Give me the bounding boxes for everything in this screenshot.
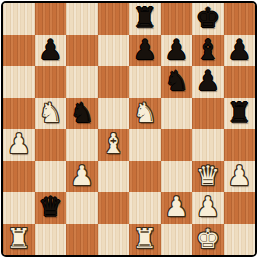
- square-f6[interactable]: ♞: [161, 66, 193, 98]
- white-king-piece[interactable]: ♚: [196, 225, 220, 252]
- square-g8[interactable]: ♚: [192, 3, 224, 35]
- white-bishop-piece[interactable]: ♝: [101, 130, 125, 157]
- square-h6[interactable]: [224, 66, 256, 98]
- square-c4[interactable]: [66, 129, 98, 161]
- square-f1[interactable]: [161, 224, 193, 256]
- square-a7[interactable]: [3, 35, 35, 67]
- square-a3[interactable]: [3, 161, 35, 193]
- square-b1[interactable]: [35, 224, 67, 256]
- square-h4[interactable]: [224, 129, 256, 161]
- square-h3[interactable]: ♟: [224, 161, 256, 193]
- square-e6[interactable]: [129, 66, 161, 98]
- square-d7[interactable]: [98, 35, 130, 67]
- square-g6[interactable]: ♟: [192, 66, 224, 98]
- square-e8[interactable]: ♜: [129, 3, 161, 35]
- black-king-piece[interactable]: ♚: [196, 4, 220, 31]
- black-knight-piece[interactable]: ♞: [164, 67, 188, 94]
- square-c3[interactable]: ♟: [66, 161, 98, 193]
- square-b5[interactable]: ♞: [35, 98, 67, 130]
- square-a8[interactable]: [3, 3, 35, 35]
- square-c8[interactable]: [66, 3, 98, 35]
- square-b2[interactable]: ♛: [35, 192, 67, 224]
- square-c7[interactable]: [66, 35, 98, 67]
- square-g4[interactable]: [192, 129, 224, 161]
- black-bishop-piece[interactable]: ♝: [196, 36, 220, 63]
- square-d2[interactable]: [98, 192, 130, 224]
- white-pawn-piece[interactable]: ♟: [196, 193, 220, 220]
- white-pawn-piece[interactable]: ♟: [7, 130, 31, 157]
- square-h5[interactable]: ♜: [224, 98, 256, 130]
- square-d1[interactable]: [98, 224, 130, 256]
- black-pawn-piece[interactable]: ♟: [227, 36, 251, 63]
- square-g7[interactable]: ♝: [192, 35, 224, 67]
- black-queen-piece[interactable]: ♛: [38, 193, 62, 220]
- square-c6[interactable]: [66, 66, 98, 98]
- chess-board-frame: ♜♚♟♟♟♝♟♞♟♞♞♞♜♟♝♟♛♟♛♟♟♜♜♚: [1, 1, 257, 257]
- square-f8[interactable]: [161, 3, 193, 35]
- square-b8[interactable]: [35, 3, 67, 35]
- square-e1[interactable]: ♜: [129, 224, 161, 256]
- white-rook-piece[interactable]: ♜: [7, 225, 31, 252]
- square-d4[interactable]: ♝: [98, 129, 130, 161]
- white-pawn-piece[interactable]: ♟: [70, 162, 94, 189]
- square-b6[interactable]: [35, 66, 67, 98]
- white-rook-piece[interactable]: ♜: [133, 225, 157, 252]
- square-a4[interactable]: ♟: [3, 129, 35, 161]
- square-e2[interactable]: [129, 192, 161, 224]
- square-h7[interactable]: ♟: [224, 35, 256, 67]
- square-h1[interactable]: [224, 224, 256, 256]
- black-rook-piece[interactable]: ♜: [227, 99, 251, 126]
- square-h2[interactable]: [224, 192, 256, 224]
- square-c1[interactable]: [66, 224, 98, 256]
- square-g1[interactable]: ♚: [192, 224, 224, 256]
- white-knight-piece[interactable]: ♞: [38, 99, 62, 126]
- square-e7[interactable]: ♟: [129, 35, 161, 67]
- square-f5[interactable]: [161, 98, 193, 130]
- white-pawn-piece[interactable]: ♟: [227, 162, 251, 189]
- square-a2[interactable]: [3, 192, 35, 224]
- square-g5[interactable]: [192, 98, 224, 130]
- black-rook-piece[interactable]: ♜: [133, 4, 157, 31]
- white-knight-piece[interactable]: ♞: [133, 99, 157, 126]
- square-f7[interactable]: ♟: [161, 35, 193, 67]
- square-d6[interactable]: [98, 66, 130, 98]
- square-f4[interactable]: [161, 129, 193, 161]
- black-knight-piece[interactable]: ♞: [70, 99, 94, 126]
- square-c2[interactable]: [66, 192, 98, 224]
- chess-board: ♜♚♟♟♟♝♟♞♟♞♞♞♜♟♝♟♛♟♛♟♟♜♜♚: [3, 3, 255, 255]
- square-f3[interactable]: [161, 161, 193, 193]
- square-g3[interactable]: ♛: [192, 161, 224, 193]
- square-f2[interactable]: ♟: [161, 192, 193, 224]
- black-pawn-piece[interactable]: ♟: [196, 67, 220, 94]
- square-g2[interactable]: ♟: [192, 192, 224, 224]
- square-h8[interactable]: [224, 3, 256, 35]
- square-d3[interactable]: [98, 161, 130, 193]
- black-pawn-piece[interactable]: ♟: [133, 36, 157, 63]
- square-e3[interactable]: [129, 161, 161, 193]
- black-pawn-piece[interactable]: ♟: [164, 36, 188, 63]
- square-d8[interactable]: [98, 3, 130, 35]
- square-d5[interactable]: [98, 98, 130, 130]
- square-e4[interactable]: [129, 129, 161, 161]
- square-a6[interactable]: [3, 66, 35, 98]
- white-pawn-piece[interactable]: ♟: [164, 193, 188, 220]
- square-b3[interactable]: [35, 161, 67, 193]
- square-b4[interactable]: [35, 129, 67, 161]
- white-queen-piece[interactable]: ♛: [196, 162, 220, 189]
- black-pawn-piece[interactable]: ♟: [38, 36, 62, 63]
- square-e5[interactable]: ♞: [129, 98, 161, 130]
- square-a5[interactable]: [3, 98, 35, 130]
- square-a1[interactable]: ♜: [3, 224, 35, 256]
- square-b7[interactable]: ♟: [35, 35, 67, 67]
- square-c5[interactable]: ♞: [66, 98, 98, 130]
